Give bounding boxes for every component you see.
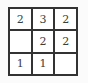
cell-1-0[interactable] [10, 31, 31, 51]
cell-2-0[interactable]: 1 [10, 54, 31, 74]
cell-1-2[interactable]: 2 [55, 31, 76, 51]
cell-2-1[interactable]: 1 [33, 54, 54, 74]
cell-0-2[interactable]: 2 [55, 9, 76, 29]
cell-0-0[interactable]: 2 [10, 9, 31, 29]
cell-2-2[interactable] [55, 54, 76, 74]
cell-0-1[interactable]: 3 [33, 9, 54, 29]
cell-1-1[interactable]: 2 [33, 31, 54, 51]
puzzle-board: 2 3 2 2 2 1 1 [8, 7, 78, 76]
